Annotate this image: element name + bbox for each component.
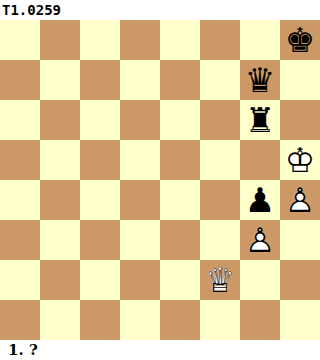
- square-d2[interactable]: [120, 260, 160, 300]
- square-f2[interactable]: ♛♕: [200, 260, 240, 300]
- square-a1[interactable]: [0, 300, 40, 340]
- square-d4[interactable]: [120, 180, 160, 220]
- square-a4[interactable]: [0, 180, 40, 220]
- square-h8[interactable]: ♚: [280, 20, 320, 60]
- white-queen-f2: ♛♕: [200, 260, 240, 300]
- move-prompt-bar: 1. ?: [0, 340, 320, 360]
- white-king-h5: ♚♔: [280, 140, 320, 180]
- square-f1[interactable]: [200, 300, 240, 340]
- square-e3[interactable]: [160, 220, 200, 260]
- black-rook-g6: ♜: [240, 100, 280, 140]
- square-e6[interactable]: [160, 100, 200, 140]
- square-c6[interactable]: [80, 100, 120, 140]
- square-g1[interactable]: [240, 300, 280, 340]
- square-c7[interactable]: [80, 60, 120, 100]
- square-f5[interactable]: [200, 140, 240, 180]
- square-g4[interactable]: ♟: [240, 180, 280, 220]
- square-c3[interactable]: [80, 220, 120, 260]
- square-a2[interactable]: [0, 260, 40, 300]
- square-g6[interactable]: ♜: [240, 100, 280, 140]
- puzzle-page: T1.0259 ♚♛♜♚♔♟♟♙♟♙♛♕ 1. ?: [0, 0, 320, 360]
- square-b2[interactable]: [40, 260, 80, 300]
- square-b6[interactable]: [40, 100, 80, 140]
- square-h2[interactable]: [280, 260, 320, 300]
- square-c1[interactable]: [80, 300, 120, 340]
- square-g5[interactable]: [240, 140, 280, 180]
- square-f7[interactable]: [200, 60, 240, 100]
- square-e1[interactable]: [160, 300, 200, 340]
- square-d6[interactable]: [120, 100, 160, 140]
- square-d1[interactable]: [120, 300, 160, 340]
- square-f6[interactable]: [200, 100, 240, 140]
- square-h1[interactable]: [280, 300, 320, 340]
- square-h7[interactable]: [280, 60, 320, 100]
- white-piece-outline: ♙: [240, 220, 280, 260]
- square-c2[interactable]: [80, 260, 120, 300]
- square-h4[interactable]: ♟♙: [280, 180, 320, 220]
- square-g8[interactable]: [240, 20, 280, 60]
- white-pawn-g3: ♟♙: [240, 220, 280, 260]
- square-b4[interactable]: [40, 180, 80, 220]
- square-g3[interactable]: ♟♙: [240, 220, 280, 260]
- white-piece-outline: ♔: [280, 140, 320, 180]
- square-f8[interactable]: [200, 20, 240, 60]
- square-f4[interactable]: [200, 180, 240, 220]
- black-king-h8: ♚: [280, 20, 320, 60]
- square-e5[interactable]: [160, 140, 200, 180]
- square-h6[interactable]: [280, 100, 320, 140]
- square-b7[interactable]: [40, 60, 80, 100]
- white-piece-outline: ♕: [200, 260, 240, 300]
- square-g2[interactable]: [240, 260, 280, 300]
- square-b8[interactable]: [40, 20, 80, 60]
- move-prompt: 1. ?: [8, 342, 38, 358]
- chess-board: ♚♛♜♚♔♟♟♙♟♙♛♕: [0, 20, 320, 340]
- square-d8[interactable]: [120, 20, 160, 60]
- square-h5[interactable]: ♚♔: [280, 140, 320, 180]
- square-a6[interactable]: [0, 100, 40, 140]
- square-a8[interactable]: [0, 20, 40, 60]
- square-b1[interactable]: [40, 300, 80, 340]
- white-piece-outline: ♙: [280, 180, 320, 220]
- square-c8[interactable]: [80, 20, 120, 60]
- square-d7[interactable]: [120, 60, 160, 100]
- white-pawn-h4: ♟♙: [280, 180, 320, 220]
- square-c4[interactable]: [80, 180, 120, 220]
- square-e2[interactable]: [160, 260, 200, 300]
- square-b3[interactable]: [40, 220, 80, 260]
- square-h3[interactable]: [280, 220, 320, 260]
- square-f3[interactable]: [200, 220, 240, 260]
- square-e7[interactable]: [160, 60, 200, 100]
- square-c5[interactable]: [80, 140, 120, 180]
- square-d3[interactable]: [120, 220, 160, 260]
- square-a3[interactable]: [0, 220, 40, 260]
- square-a5[interactable]: [0, 140, 40, 180]
- puzzle-id: T1.0259: [2, 3, 61, 17]
- square-e4[interactable]: [160, 180, 200, 220]
- square-e8[interactable]: [160, 20, 200, 60]
- square-d5[interactable]: [120, 140, 160, 180]
- black-queen-g7: ♛: [240, 60, 280, 100]
- puzzle-title-bar: T1.0259: [0, 0, 320, 20]
- black-pawn-g4: ♟: [240, 180, 280, 220]
- square-g7[interactable]: ♛: [240, 60, 280, 100]
- square-a7[interactable]: [0, 60, 40, 100]
- square-b5[interactable]: [40, 140, 80, 180]
